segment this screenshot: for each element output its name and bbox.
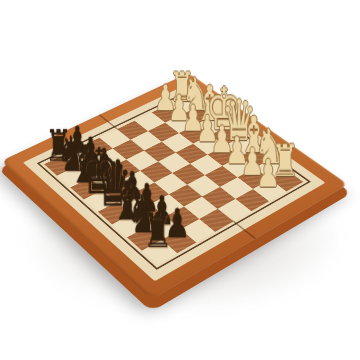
perspective-scene: ♜♞♝♚♛♝♞♜♟♟♟♟♟♟♟♟♟♟♟♟♟♟♟♟♜♞♝♚♛♝♞♜	[0, 0, 360, 360]
chess-board: ♜♞♝♚♛♝♞♜♟♟♟♟♟♟♟♟♟♟♟♟♟♟♟♟♜♞♝♚♛♝♞♜	[0, 72, 347, 299]
maple-border: ♜♞♝♚♛♝♞♜♟♟♟♟♟♟♟♟♟♟♟♟♟♟♟♟♜♞♝♚♛♝♞♜	[22, 84, 324, 281]
piece-black-rook[interactable]: ♜	[142, 207, 172, 254]
piece-white-pawn[interactable]: ♟	[255, 154, 279, 193]
photo-stage: ♜♞♝♚♛♝♞♜♟♟♟♟♟♟♟♟♟♟♟♟♟♟♟♟♜♞♝♚♛♝♞♜	[0, 0, 360, 360]
